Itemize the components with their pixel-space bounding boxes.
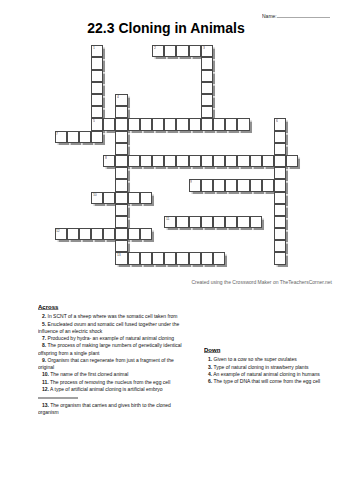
cell-number: 6 (276, 119, 278, 123)
grid-cell[interactable] (250, 155, 262, 167)
grid-cell[interactable] (91, 228, 103, 240)
grid-cell[interactable]: 11 (164, 216, 176, 228)
grid-cell[interactable] (201, 179, 213, 191)
clue: 2. In SCNT of a sheep where was the soma… (38, 313, 187, 320)
grid-cell[interactable] (91, 82, 103, 94)
grid-cell[interactable] (225, 179, 237, 191)
clue-number: 4. (208, 371, 212, 377)
clue: 1. Given to a cow so she super ovulates (204, 356, 324, 363)
grid-cell[interactable] (164, 118, 176, 130)
grid-cell[interactable] (115, 106, 127, 118)
cell-number: 1 (93, 46, 95, 50)
grid-cell[interactable]: 9 (189, 179, 201, 191)
crossword-grid: 12345678910111213 (55, 45, 299, 264)
grid-cell[interactable] (237, 118, 249, 130)
grid-cell[interactable] (189, 252, 201, 264)
clue-number: 9. (42, 357, 46, 363)
clue-number: 11. (42, 379, 49, 385)
grid-cell[interactable] (189, 45, 201, 57)
grid-cell[interactable] (189, 155, 201, 167)
grid-cell[interactable] (274, 143, 286, 155)
cell-number: 7 (56, 132, 58, 136)
grid-cell[interactable] (201, 94, 213, 106)
grid-cell[interactable] (164, 252, 176, 264)
page-title: 22.3 Cloning in Animals (53, 20, 279, 36)
grid-cell[interactable]: 13 (115, 252, 127, 264)
grid-cell[interactable] (213, 216, 225, 228)
clue-number: 2. (42, 314, 46, 320)
grid-cell[interactable] (103, 228, 115, 240)
grid-cell[interactable] (201, 57, 213, 69)
grid-cell[interactable] (128, 228, 140, 240)
grid-cell[interactable] (262, 155, 274, 167)
grid-cell[interactable] (201, 118, 213, 130)
clue-number: 5. (42, 321, 46, 327)
grid-cell[interactable] (225, 155, 237, 167)
grid-cell[interactable] (201, 155, 213, 167)
grid-cell[interactable] (115, 167, 127, 179)
clue-number: 3. (208, 364, 212, 370)
grid-cell[interactable] (128, 155, 140, 167)
grid-cell[interactable] (103, 192, 115, 204)
grid-cell[interactable] (79, 131, 91, 143)
grid-cell[interactable] (237, 155, 249, 167)
clue: 9. Organism that can regenerate from jus… (38, 357, 187, 372)
grid-cell[interactable] (274, 155, 286, 167)
grid-cell[interactable] (91, 70, 103, 82)
grid-cell[interactable] (128, 118, 140, 130)
name-field: Name: (262, 13, 352, 19)
grid-cell[interactable] (164, 45, 176, 57)
grid-cell[interactable] (274, 204, 286, 216)
cell-number: 9 (190, 180, 192, 184)
clue-number: 12. (42, 386, 49, 392)
grid-cell[interactable]: 5 (91, 118, 103, 130)
grid-cell[interactable] (115, 228, 127, 240)
grid-cell[interactable] (140, 155, 152, 167)
grid-cell[interactable] (164, 155, 176, 167)
grid-cell[interactable] (115, 204, 127, 216)
cell-number: 10 (93, 193, 96, 197)
grid-cell[interactable] (67, 131, 79, 143)
grid-cell[interactable] (274, 240, 286, 252)
grid-cell[interactable] (274, 131, 286, 143)
clue: 6. The type of DNA that will come from t… (204, 378, 324, 385)
grid-cell[interactable] (103, 118, 115, 130)
grid-cell[interactable] (237, 179, 249, 191)
grid-cell[interactable] (201, 216, 213, 228)
across-heading: Across (38, 303, 187, 312)
footer-credit: Created using the Crossword Maker on The… (122, 279, 332, 285)
grid-cell[interactable] (201, 252, 213, 264)
grid-cell[interactable] (201, 70, 213, 82)
clue-number: 8. (42, 343, 46, 349)
grid-cell[interactable] (201, 106, 213, 118)
grid-cell[interactable] (176, 216, 188, 228)
name-label: Name: (262, 14, 277, 20)
grid-cell[interactable] (176, 155, 188, 167)
grid-cell[interactable]: 12 (55, 228, 67, 240)
grid-cell[interactable] (115, 216, 127, 228)
grid-cell[interactable] (225, 216, 237, 228)
grid-cell[interactable]: 8 (103, 155, 115, 167)
grid-cell[interactable] (140, 118, 152, 130)
cell-number: 13 (117, 253, 120, 257)
clue: 13. The organism that carries and gives … (38, 401, 187, 416)
worksheet-page: 22.3 Cloning in Animals Name: 1234567891… (0, 0, 353, 500)
grid-cell[interactable] (115, 240, 127, 252)
clue-divider (38, 397, 78, 398)
cell-number: 5 (93, 119, 95, 123)
grid-cell[interactable] (91, 131, 103, 143)
grid-cell[interactable] (213, 118, 225, 130)
down-clues-section: Down 1. Given to a cow so she super ovul… (204, 346, 324, 385)
grid-cell[interactable] (274, 228, 286, 240)
clue-number: 7. (42, 335, 46, 341)
grid-cell[interactable] (176, 118, 188, 130)
grid-cell[interactable] (152, 252, 164, 264)
clue-number: 10. (42, 372, 49, 378)
grid-cell[interactable] (274, 167, 286, 179)
grid-cell[interactable] (140, 252, 152, 264)
grid-cell[interactable] (274, 192, 286, 204)
grid-cell[interactable] (128, 252, 140, 264)
grid-cell[interactable] (189, 118, 201, 130)
grid-cell[interactable]: 3 (201, 45, 213, 57)
clue-number: 1. (208, 357, 212, 363)
grid-cell[interactable] (176, 45, 188, 57)
clue-number: 6. (208, 378, 212, 384)
cell-number: 2 (154, 46, 156, 50)
name-blank-line[interactable] (277, 13, 330, 18)
grid-cell[interactable] (250, 179, 262, 191)
grid-cell[interactable] (140, 228, 152, 240)
grid-cell[interactable] (91, 57, 103, 69)
clue: 12. A type of artificial animal cloning … (38, 386, 187, 393)
clue: 3. Type of natural cloning in strawberry… (204, 363, 324, 370)
grid-cell[interactable]: 7 (55, 131, 67, 143)
clue: 7. Produced by hydra- an example of natu… (38, 335, 187, 342)
clue: 11. The process of removing the nucleus … (38, 378, 187, 385)
clue: 10. The name of the first cloned animal (38, 371, 187, 378)
grid-cell[interactable] (67, 228, 79, 240)
grid-cell[interactable] (274, 179, 286, 191)
cell-number: 3 (203, 46, 205, 50)
across-clue-list: 2. In SCNT of a sheep where was the soma… (38, 313, 187, 416)
grid-cell[interactable]: 4 (115, 94, 127, 106)
grid-cell[interactable] (152, 155, 164, 167)
grid-cell[interactable]: 1 (91, 45, 103, 57)
grid-cell[interactable] (91, 106, 103, 118)
grid-cell[interactable] (237, 216, 249, 228)
grid-cell[interactable] (250, 216, 262, 228)
grid-cell[interactable] (213, 155, 225, 167)
down-heading: Down (204, 346, 324, 355)
grid-cell[interactable] (286, 155, 298, 167)
down-clue-list: 1. Given to a cow so she super ovulates3… (204, 356, 324, 385)
grid-cell[interactable] (128, 192, 140, 204)
clue-number: 13. (42, 402, 49, 408)
grid-cell[interactable] (262, 179, 274, 191)
clue: 5. Enucleated ovum and somatic cell fuse… (38, 320, 187, 335)
cell-number: 4 (117, 95, 119, 99)
grid-cell[interactable] (91, 94, 103, 106)
cell-number: 8 (105, 156, 107, 160)
grid-cell[interactable] (115, 155, 127, 167)
across-clues-section: Across 2. In SCNT of a sheep where was t… (38, 303, 187, 416)
grid-cell[interactable] (115, 192, 127, 204)
grid-cell[interactable] (115, 179, 127, 191)
grid-cell[interactable] (213, 252, 225, 264)
grid-cell[interactable] (225, 118, 237, 130)
grid-cell[interactable] (115, 118, 127, 130)
grid-cell[interactable] (152, 118, 164, 130)
grid-cell[interactable] (274, 216, 286, 228)
grid-cell[interactable] (176, 252, 188, 264)
cell-number: 11 (166, 217, 169, 221)
cell-number: 12 (56, 229, 59, 233)
clue: 4. An example of natural animal cloning … (204, 371, 324, 378)
grid-cell[interactable]: 2 (152, 45, 164, 57)
grid-cell[interactable] (115, 143, 127, 155)
grid-cell[interactable] (274, 252, 286, 264)
grid-cell[interactable] (115, 131, 127, 143)
grid-cell[interactable] (189, 216, 201, 228)
grid-cell[interactable] (79, 228, 91, 240)
grid-cell[interactable]: 10 (91, 192, 103, 204)
grid-cell[interactable]: 6 (274, 118, 286, 130)
grid-cell[interactable] (140, 192, 152, 204)
grid-cell[interactable] (201, 82, 213, 94)
grid-cell[interactable] (213, 179, 225, 191)
clue: 8. The process of making large numbers o… (38, 342, 187, 357)
